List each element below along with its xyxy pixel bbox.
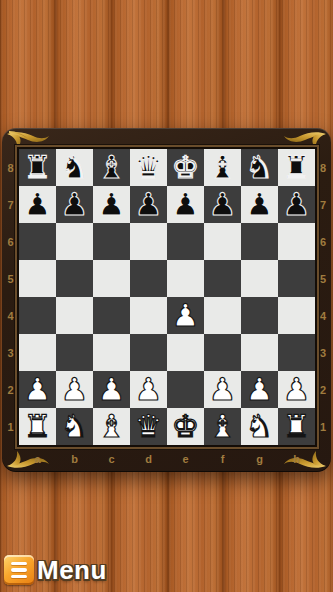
menu-button[interactable]: Menu [4,554,107,586]
piece-black-pawn[interactable]: ♟ [246,186,274,223]
rank-label: 5 [315,260,331,297]
rank-label: 7 [315,186,331,223]
file-labels-bottom: abcdefgh [19,445,315,472]
piece-white-pawn[interactable]: ♟ [24,371,52,408]
square-h8[interactable]: ♜ [278,149,315,186]
square-d3[interactable] [130,334,167,371]
piece-white-pawn[interactable]: ♟ [61,371,89,408]
piece-white-pawn[interactable]: ♟ [283,371,311,408]
piece-black-knight[interactable]: ♞ [61,149,89,186]
square-b5[interactable] [56,260,93,297]
chess-board: ♜♞♝♛♚♝♞♜♟♟♟♟♟♟♟♟♟♟♟♟♟♟♟♟♜♞♝♛♚♝♞♜ [19,149,315,445]
square-e7[interactable]: ♟ [167,186,204,223]
square-e3[interactable] [167,334,204,371]
square-g5[interactable] [241,260,278,297]
piece-white-pawn[interactable]: ♟ [172,297,200,334]
square-f5[interactable] [204,260,241,297]
square-c3[interactable] [93,334,130,371]
square-g8[interactable]: ♞ [241,149,278,186]
piece-white-pawn[interactable]: ♟ [209,371,237,408]
square-g7[interactable]: ♟ [241,186,278,223]
square-e6[interactable] [167,223,204,260]
piece-black-pawn[interactable]: ♟ [209,186,237,223]
square-d1[interactable]: ♛ [130,408,167,445]
square-b2[interactable]: ♟ [56,371,93,408]
piece-white-pawn[interactable]: ♟ [135,371,163,408]
square-h3[interactable] [278,334,315,371]
square-h5[interactable] [278,260,315,297]
square-d2[interactable]: ♟ [130,371,167,408]
chess-board-frame: 87654321 87654321 abcdefgh ♜♞♝♛♚♝♞♜♟♟♟♟♟… [2,128,331,472]
rank-labels-right: 87654321 [315,149,331,445]
square-f7[interactable]: ♟ [204,186,241,223]
square-a5[interactable] [19,260,56,297]
piece-black-rook[interactable]: ♜ [24,149,52,186]
rank-label: 1 [2,408,19,445]
square-h6[interactable] [278,223,315,260]
rank-label: 3 [315,334,331,371]
square-g2[interactable]: ♟ [241,371,278,408]
square-c2[interactable]: ♟ [93,371,130,408]
square-g3[interactable] [241,334,278,371]
hamburger-menu-icon [4,555,34,585]
square-g4[interactable] [241,297,278,334]
square-c6[interactable] [93,223,130,260]
square-e1[interactable]: ♚ [167,408,204,445]
piece-white-rook[interactable]: ♜ [24,408,52,445]
rank-label: 1 [315,408,331,445]
piece-white-knight[interactable]: ♞ [246,408,274,445]
square-c1[interactable]: ♝ [93,408,130,445]
square-g6[interactable] [241,223,278,260]
square-e2[interactable] [167,371,204,408]
file-label: h [278,445,315,472]
rank-labels-left: 87654321 [2,149,19,445]
square-h2[interactable]: ♟ [278,371,315,408]
piece-white-king[interactable]: ♚ [172,408,200,445]
piece-black-pawn[interactable]: ♟ [61,186,89,223]
file-label: g [241,445,278,472]
square-e8[interactable]: ♚ [167,149,204,186]
square-f4[interactable] [204,297,241,334]
piece-black-pawn[interactable]: ♟ [283,186,311,223]
piece-white-queen[interactable]: ♛ [135,408,163,445]
rank-label: 4 [315,297,331,334]
piece-white-bishop[interactable]: ♝ [209,408,237,445]
square-b4[interactable] [56,297,93,334]
square-d4[interactable] [130,297,167,334]
file-label: c [93,445,130,472]
piece-white-pawn[interactable]: ♟ [98,371,126,408]
rank-label: 6 [2,223,19,260]
square-a2[interactable]: ♟ [19,371,56,408]
square-b1[interactable]: ♞ [56,408,93,445]
piece-black-knight[interactable]: ♞ [246,149,274,186]
square-c5[interactable] [93,260,130,297]
square-f8[interactable]: ♝ [204,149,241,186]
square-f1[interactable]: ♝ [204,408,241,445]
piece-black-bishop[interactable]: ♝ [209,149,237,186]
rank-label: 5 [2,260,19,297]
chess-app-screen: 87654321 87654321 abcdefgh ♜♞♝♛♚♝♞♜♟♟♟♟♟… [0,0,333,592]
square-a3[interactable] [19,334,56,371]
rank-label: 3 [2,334,19,371]
square-d7[interactable]: ♟ [130,186,167,223]
square-d6[interactable] [130,223,167,260]
file-label: e [167,445,204,472]
rank-label: 8 [315,149,331,186]
piece-white-knight[interactable]: ♞ [61,408,89,445]
square-f6[interactable] [204,223,241,260]
piece-black-pawn[interactable]: ♟ [24,186,52,223]
piece-black-king[interactable]: ♚ [172,149,200,186]
piece-white-bishop[interactable]: ♝ [98,408,126,445]
rank-label: 2 [2,371,19,408]
square-c4[interactable] [93,297,130,334]
square-e5[interactable] [167,260,204,297]
square-b6[interactable] [56,223,93,260]
rank-label: 4 [2,297,19,334]
hamburger-bar [11,575,27,579]
piece-white-rook[interactable]: ♜ [283,408,311,445]
square-d8[interactable]: ♛ [130,149,167,186]
file-label: b [56,445,93,472]
square-c8[interactable]: ♝ [93,149,130,186]
piece-black-bishop[interactable]: ♝ [98,149,126,186]
rank-label: 2 [315,371,331,408]
rank-label: 8 [2,149,19,186]
square-f2[interactable]: ♟ [204,371,241,408]
square-c7[interactable]: ♟ [93,186,130,223]
square-h1[interactable]: ♜ [278,408,315,445]
square-a6[interactable] [19,223,56,260]
piece-black-pawn[interactable]: ♟ [135,186,163,223]
piece-black-rook[interactable]: ♜ [283,149,311,186]
file-label: a [19,445,56,472]
square-a1[interactable]: ♜ [19,408,56,445]
file-label: d [130,445,167,472]
rank-label: 7 [2,186,19,223]
hamburger-bar [11,568,27,572]
rank-label: 6 [315,223,331,260]
piece-black-pawn[interactable]: ♟ [172,186,200,223]
square-b7[interactable]: ♟ [56,186,93,223]
file-label: f [204,445,241,472]
square-h4[interactable] [278,297,315,334]
square-a8[interactable]: ♜ [19,149,56,186]
piece-black-pawn[interactable]: ♟ [98,186,126,223]
square-a7[interactable]: ♟ [19,186,56,223]
square-e4[interactable]: ♟ [167,297,204,334]
square-b3[interactable] [56,334,93,371]
menu-button-label: Menu [37,555,107,586]
piece-white-pawn[interactable]: ♟ [246,371,274,408]
square-a4[interactable] [19,297,56,334]
square-f3[interactable] [204,334,241,371]
piece-black-queen[interactable]: ♛ [135,149,163,186]
square-g1[interactable]: ♞ [241,408,278,445]
square-h7[interactable]: ♟ [278,186,315,223]
hamburger-bar [11,562,27,566]
square-d5[interactable] [130,260,167,297]
square-b8[interactable]: ♞ [56,149,93,186]
